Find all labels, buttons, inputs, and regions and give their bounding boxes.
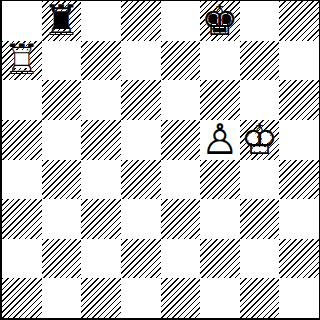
square-d4[interactable] bbox=[121, 160, 161, 200]
square-h8[interactable] bbox=[279, 1, 319, 41]
piece-black-king[interactable]: ♚♚ bbox=[200, 1, 240, 41]
square-e8[interactable] bbox=[161, 1, 201, 41]
square-c3[interactable] bbox=[81, 199, 121, 239]
piece-outline-layer: ♖ bbox=[2, 41, 42, 81]
square-b8[interactable]: ♜♜ bbox=[42, 1, 82, 41]
piece-outline-layer: ♚ bbox=[200, 1, 240, 41]
square-g6[interactable] bbox=[240, 80, 280, 120]
square-d8[interactable] bbox=[121, 1, 161, 41]
square-d6[interactable] bbox=[121, 80, 161, 120]
square-b1[interactable] bbox=[42, 278, 82, 318]
square-f2[interactable] bbox=[200, 239, 240, 279]
square-h2[interactable] bbox=[279, 239, 319, 279]
square-e4[interactable] bbox=[161, 160, 201, 200]
square-d7[interactable] bbox=[121, 41, 161, 81]
square-e5[interactable] bbox=[161, 120, 201, 160]
square-b7[interactable] bbox=[42, 41, 82, 81]
square-e6[interactable] bbox=[161, 80, 201, 120]
square-c1[interactable] bbox=[81, 278, 121, 318]
square-a5[interactable] bbox=[2, 120, 42, 160]
square-d5[interactable] bbox=[121, 120, 161, 160]
square-g8[interactable] bbox=[240, 1, 280, 41]
square-g5[interactable]: ♚♔ bbox=[240, 120, 280, 160]
square-a3[interactable] bbox=[2, 199, 42, 239]
piece-white-pawn[interactable]: ♟♙ bbox=[200, 120, 240, 160]
square-f5[interactable]: ♟♙ bbox=[200, 120, 240, 160]
square-h4[interactable] bbox=[279, 160, 319, 200]
square-a6[interactable] bbox=[2, 80, 42, 120]
piece-white-rook[interactable]: ♜♖ bbox=[2, 41, 42, 81]
square-c6[interactable] bbox=[81, 80, 121, 120]
square-h1[interactable] bbox=[279, 278, 319, 318]
square-h5[interactable] bbox=[279, 120, 319, 160]
square-f8[interactable]: ♚♚ bbox=[200, 1, 240, 41]
square-f6[interactable] bbox=[200, 80, 240, 120]
square-e7[interactable] bbox=[161, 41, 201, 81]
piece-outline-layer: ♔ bbox=[240, 120, 280, 160]
square-h7[interactable] bbox=[279, 41, 319, 81]
square-e2[interactable] bbox=[161, 239, 201, 279]
square-a1[interactable] bbox=[2, 278, 42, 318]
piece-black-rook[interactable]: ♜♜ bbox=[42, 1, 82, 41]
square-g1[interactable] bbox=[240, 278, 280, 318]
square-e1[interactable] bbox=[161, 278, 201, 318]
square-e3[interactable] bbox=[161, 199, 201, 239]
piece-white-king[interactable]: ♚♔ bbox=[240, 120, 280, 160]
square-c4[interactable] bbox=[81, 160, 121, 200]
square-a4[interactable] bbox=[2, 160, 42, 200]
square-b3[interactable] bbox=[42, 199, 82, 239]
square-d3[interactable] bbox=[121, 199, 161, 239]
square-a2[interactable] bbox=[2, 239, 42, 279]
chess-board: ♜♜♚♚♜♖♟♙♚♔ bbox=[0, 0, 320, 320]
square-f7[interactable] bbox=[200, 41, 240, 81]
square-b4[interactable] bbox=[42, 160, 82, 200]
square-b6[interactable] bbox=[42, 80, 82, 120]
square-g2[interactable] bbox=[240, 239, 280, 279]
square-c5[interactable] bbox=[81, 120, 121, 160]
square-g7[interactable] bbox=[240, 41, 280, 81]
square-d1[interactable] bbox=[121, 278, 161, 318]
square-g3[interactable] bbox=[240, 199, 280, 239]
square-a7[interactable]: ♜♖ bbox=[2, 41, 42, 81]
piece-outline-layer: ♙ bbox=[200, 120, 240, 160]
piece-outline-layer: ♜ bbox=[42, 1, 82, 41]
square-b2[interactable] bbox=[42, 239, 82, 279]
square-d2[interactable] bbox=[121, 239, 161, 279]
square-f4[interactable] bbox=[200, 160, 240, 200]
square-b5[interactable] bbox=[42, 120, 82, 160]
square-g4[interactable] bbox=[240, 160, 280, 200]
square-c2[interactable] bbox=[81, 239, 121, 279]
square-f1[interactable] bbox=[200, 278, 240, 318]
square-c8[interactable] bbox=[81, 1, 121, 41]
square-c7[interactable] bbox=[81, 41, 121, 81]
square-h3[interactable] bbox=[279, 199, 319, 239]
square-f3[interactable] bbox=[200, 199, 240, 239]
chess-diagram: ♜♜♚♚♜♖♟♙♚♔ bbox=[0, 0, 320, 320]
square-h6[interactable] bbox=[279, 80, 319, 120]
